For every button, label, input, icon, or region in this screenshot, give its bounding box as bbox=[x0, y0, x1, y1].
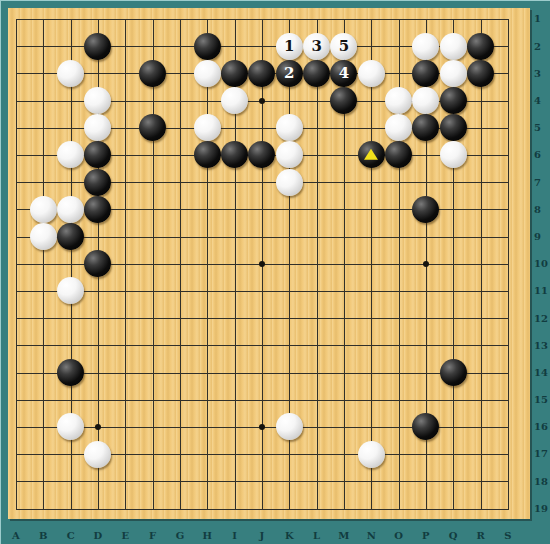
intersection-D5[interactable] bbox=[84, 114, 111, 141]
intersection-F10[interactable] bbox=[139, 250, 166, 277]
intersection-M17[interactable] bbox=[330, 440, 357, 467]
intersection-B11[interactable] bbox=[30, 277, 57, 304]
intersection-R11[interactable] bbox=[467, 277, 494, 304]
intersection-A8[interactable] bbox=[2, 196, 29, 223]
intersection-A14[interactable] bbox=[2, 359, 29, 386]
intersection-J15[interactable] bbox=[248, 386, 275, 413]
intersection-I17[interactable] bbox=[221, 440, 248, 467]
intersection-I1[interactable] bbox=[221, 5, 248, 32]
intersection-D8[interactable] bbox=[84, 196, 111, 223]
intersection-M8[interactable] bbox=[330, 196, 357, 223]
intersection-M4[interactable] bbox=[330, 87, 357, 114]
intersection-S2[interactable] bbox=[494, 33, 521, 60]
intersection-K18[interactable] bbox=[276, 468, 303, 495]
intersection-C18[interactable] bbox=[57, 468, 84, 495]
intersection-M19[interactable] bbox=[330, 495, 357, 522]
intersection-K7[interactable] bbox=[276, 169, 303, 196]
intersection-M15[interactable] bbox=[330, 386, 357, 413]
intersection-D13[interactable] bbox=[84, 332, 111, 359]
intersection-P4[interactable] bbox=[412, 87, 439, 114]
intersection-G17[interactable] bbox=[166, 440, 193, 467]
intersection-N8[interactable] bbox=[358, 196, 385, 223]
intersection-G10[interactable] bbox=[166, 250, 193, 277]
intersection-J11[interactable] bbox=[248, 277, 275, 304]
intersection-N9[interactable] bbox=[358, 223, 385, 250]
intersection-F13[interactable] bbox=[139, 332, 166, 359]
intersection-K8[interactable] bbox=[276, 196, 303, 223]
intersection-C2[interactable] bbox=[57, 33, 84, 60]
intersection-A17[interactable] bbox=[2, 440, 29, 467]
intersection-Q6[interactable] bbox=[440, 141, 467, 168]
intersection-N19[interactable] bbox=[358, 495, 385, 522]
intersection-G14[interactable] bbox=[166, 359, 193, 386]
intersection-O12[interactable] bbox=[385, 304, 412, 331]
intersection-A12[interactable] bbox=[2, 304, 29, 331]
intersection-D1[interactable] bbox=[84, 5, 111, 32]
intersection-L17[interactable] bbox=[303, 440, 330, 467]
intersection-D12[interactable] bbox=[84, 304, 111, 331]
intersection-F15[interactable] bbox=[139, 386, 166, 413]
intersection-E5[interactable] bbox=[112, 114, 139, 141]
intersection-E13[interactable] bbox=[112, 332, 139, 359]
intersection-A3[interactable] bbox=[2, 60, 29, 87]
intersection-I7[interactable] bbox=[221, 169, 248, 196]
intersection-C15[interactable] bbox=[57, 386, 84, 413]
intersection-S1[interactable] bbox=[494, 5, 521, 32]
intersection-H8[interactable] bbox=[194, 196, 221, 223]
intersection-G19[interactable] bbox=[166, 495, 193, 522]
intersection-O4[interactable] bbox=[385, 87, 412, 114]
intersection-N4[interactable] bbox=[358, 87, 385, 114]
intersection-C17[interactable] bbox=[57, 440, 84, 467]
intersection-G9[interactable] bbox=[166, 223, 193, 250]
intersection-M6[interactable] bbox=[330, 141, 357, 168]
intersection-N15[interactable] bbox=[358, 386, 385, 413]
intersection-E15[interactable] bbox=[112, 386, 139, 413]
intersection-A13[interactable] bbox=[2, 332, 29, 359]
intersection-Q16[interactable] bbox=[440, 413, 467, 440]
intersection-G12[interactable] bbox=[166, 304, 193, 331]
intersection-K6[interactable] bbox=[276, 141, 303, 168]
intersection-G6[interactable] bbox=[166, 141, 193, 168]
intersection-E12[interactable] bbox=[112, 304, 139, 331]
intersection-D3[interactable] bbox=[84, 60, 111, 87]
intersection-H16[interactable] bbox=[194, 413, 221, 440]
intersection-C9[interactable] bbox=[57, 223, 84, 250]
intersection-G16[interactable] bbox=[166, 413, 193, 440]
intersection-S17[interactable] bbox=[494, 440, 521, 467]
intersection-G7[interactable] bbox=[166, 169, 193, 196]
intersection-Q11[interactable] bbox=[440, 277, 467, 304]
intersection-J4[interactable] bbox=[248, 87, 275, 114]
intersection-J5[interactable] bbox=[248, 114, 275, 141]
intersection-B9[interactable] bbox=[30, 223, 57, 250]
intersection-L8[interactable] bbox=[303, 196, 330, 223]
intersection-F3[interactable] bbox=[139, 60, 166, 87]
intersection-C11[interactable] bbox=[57, 277, 84, 304]
intersection-Q2[interactable] bbox=[440, 33, 467, 60]
intersection-E1[interactable] bbox=[112, 5, 139, 32]
intersection-P3[interactable] bbox=[412, 60, 439, 87]
intersection-L12[interactable] bbox=[303, 304, 330, 331]
intersection-N12[interactable] bbox=[358, 304, 385, 331]
intersection-D6[interactable] bbox=[84, 141, 111, 168]
intersection-M9[interactable] bbox=[330, 223, 357, 250]
intersection-N6[interactable] bbox=[358, 141, 385, 168]
intersection-P6[interactable] bbox=[412, 141, 439, 168]
intersection-D9[interactable] bbox=[84, 223, 111, 250]
intersection-Q17[interactable] bbox=[440, 440, 467, 467]
intersection-N13[interactable] bbox=[358, 332, 385, 359]
intersection-L5[interactable] bbox=[303, 114, 330, 141]
intersection-G2[interactable] bbox=[166, 33, 193, 60]
intersection-L4[interactable] bbox=[303, 87, 330, 114]
intersection-G3[interactable] bbox=[166, 60, 193, 87]
intersection-M3[interactable]: 4 bbox=[330, 60, 357, 87]
intersection-E3[interactable] bbox=[112, 60, 139, 87]
intersection-K10[interactable] bbox=[276, 250, 303, 277]
intersection-S14[interactable] bbox=[494, 359, 521, 386]
intersection-E14[interactable] bbox=[112, 359, 139, 386]
intersection-S15[interactable] bbox=[494, 386, 521, 413]
intersection-M16[interactable] bbox=[330, 413, 357, 440]
intersection-L15[interactable] bbox=[303, 386, 330, 413]
intersection-Q14[interactable] bbox=[440, 359, 467, 386]
intersection-E8[interactable] bbox=[112, 196, 139, 223]
intersection-P11[interactable] bbox=[412, 277, 439, 304]
intersection-B2[interactable] bbox=[30, 33, 57, 60]
intersection-N11[interactable] bbox=[358, 277, 385, 304]
intersection-R8[interactable] bbox=[467, 196, 494, 223]
intersection-I9[interactable] bbox=[221, 223, 248, 250]
intersection-G1[interactable] bbox=[166, 5, 193, 32]
intersection-D19[interactable] bbox=[84, 495, 111, 522]
intersection-D11[interactable] bbox=[84, 277, 111, 304]
intersection-O3[interactable] bbox=[385, 60, 412, 87]
intersection-F5[interactable] bbox=[139, 114, 166, 141]
intersection-P5[interactable] bbox=[412, 114, 439, 141]
intersection-F1[interactable] bbox=[139, 5, 166, 32]
intersection-O5[interactable] bbox=[385, 114, 412, 141]
intersection-I11[interactable] bbox=[221, 277, 248, 304]
intersection-R6[interactable] bbox=[467, 141, 494, 168]
intersection-H4[interactable] bbox=[194, 87, 221, 114]
intersection-C12[interactable] bbox=[57, 304, 84, 331]
intersection-G4[interactable] bbox=[166, 87, 193, 114]
intersection-P13[interactable] bbox=[412, 332, 439, 359]
intersection-N2[interactable] bbox=[358, 33, 385, 60]
intersection-R4[interactable] bbox=[467, 87, 494, 114]
intersection-H6[interactable] bbox=[194, 141, 221, 168]
intersection-F8[interactable] bbox=[139, 196, 166, 223]
intersection-B8[interactable] bbox=[30, 196, 57, 223]
intersection-R15[interactable] bbox=[467, 386, 494, 413]
intersection-I14[interactable] bbox=[221, 359, 248, 386]
intersection-O15[interactable] bbox=[385, 386, 412, 413]
intersection-S6[interactable] bbox=[494, 141, 521, 168]
intersection-S16[interactable] bbox=[494, 413, 521, 440]
intersection-G15[interactable] bbox=[166, 386, 193, 413]
intersection-C3[interactable] bbox=[57, 60, 84, 87]
intersection-J12[interactable] bbox=[248, 304, 275, 331]
intersection-L6[interactable] bbox=[303, 141, 330, 168]
intersection-E10[interactable] bbox=[112, 250, 139, 277]
intersection-D16[interactable] bbox=[84, 413, 111, 440]
intersection-P19[interactable] bbox=[412, 495, 439, 522]
intersection-F9[interactable] bbox=[139, 223, 166, 250]
intersection-J17[interactable] bbox=[248, 440, 275, 467]
intersection-Q1[interactable] bbox=[440, 5, 467, 32]
intersection-C14[interactable] bbox=[57, 359, 84, 386]
intersection-H7[interactable] bbox=[194, 169, 221, 196]
intersection-L7[interactable] bbox=[303, 169, 330, 196]
intersection-F6[interactable] bbox=[139, 141, 166, 168]
intersection-E6[interactable] bbox=[112, 141, 139, 168]
intersection-B1[interactable] bbox=[30, 5, 57, 32]
intersection-A15[interactable] bbox=[2, 386, 29, 413]
intersection-I13[interactable] bbox=[221, 332, 248, 359]
intersection-S18[interactable] bbox=[494, 468, 521, 495]
intersection-A18[interactable] bbox=[2, 468, 29, 495]
intersection-H17[interactable] bbox=[194, 440, 221, 467]
intersection-J3[interactable] bbox=[248, 60, 275, 87]
intersection-K3[interactable]: 2 bbox=[276, 60, 303, 87]
intersection-K15[interactable] bbox=[276, 386, 303, 413]
intersection-L3[interactable] bbox=[303, 60, 330, 87]
intersection-J2[interactable] bbox=[248, 33, 275, 60]
intersection-P9[interactable] bbox=[412, 223, 439, 250]
intersection-F16[interactable] bbox=[139, 413, 166, 440]
intersection-D14[interactable] bbox=[84, 359, 111, 386]
intersection-I3[interactable] bbox=[221, 60, 248, 87]
intersection-J9[interactable] bbox=[248, 223, 275, 250]
intersection-J7[interactable] bbox=[248, 169, 275, 196]
intersection-J13[interactable] bbox=[248, 332, 275, 359]
intersection-L2[interactable]: 3 bbox=[303, 33, 330, 60]
intersection-D7[interactable] bbox=[84, 169, 111, 196]
intersection-O6[interactable] bbox=[385, 141, 412, 168]
intersection-R1[interactable] bbox=[467, 5, 494, 32]
intersection-E11[interactable] bbox=[112, 277, 139, 304]
intersection-J19[interactable] bbox=[248, 495, 275, 522]
intersection-E19[interactable] bbox=[112, 495, 139, 522]
intersection-I5[interactable] bbox=[221, 114, 248, 141]
intersection-P14[interactable] bbox=[412, 359, 439, 386]
intersection-F19[interactable] bbox=[139, 495, 166, 522]
intersection-C7[interactable] bbox=[57, 169, 84, 196]
intersection-R13[interactable] bbox=[467, 332, 494, 359]
intersection-O13[interactable] bbox=[385, 332, 412, 359]
intersection-Q5[interactable] bbox=[440, 114, 467, 141]
intersection-M13[interactable] bbox=[330, 332, 357, 359]
intersection-O7[interactable] bbox=[385, 169, 412, 196]
intersection-O9[interactable] bbox=[385, 223, 412, 250]
intersection-K5[interactable] bbox=[276, 114, 303, 141]
intersection-P8[interactable] bbox=[412, 196, 439, 223]
intersection-C1[interactable] bbox=[57, 5, 84, 32]
intersection-R5[interactable] bbox=[467, 114, 494, 141]
intersection-M1[interactable] bbox=[330, 5, 357, 32]
intersection-B5[interactable] bbox=[30, 114, 57, 141]
intersection-G13[interactable] bbox=[166, 332, 193, 359]
intersection-G8[interactable] bbox=[166, 196, 193, 223]
intersection-N18[interactable] bbox=[358, 468, 385, 495]
intersection-A2[interactable] bbox=[2, 33, 29, 60]
intersection-E18[interactable] bbox=[112, 468, 139, 495]
intersection-C16[interactable] bbox=[57, 413, 84, 440]
intersection-L10[interactable] bbox=[303, 250, 330, 277]
intersection-D10[interactable] bbox=[84, 250, 111, 277]
intersection-Q12[interactable] bbox=[440, 304, 467, 331]
intersection-M10[interactable] bbox=[330, 250, 357, 277]
intersection-R17[interactable] bbox=[467, 440, 494, 467]
intersection-Q18[interactable] bbox=[440, 468, 467, 495]
intersection-I18[interactable] bbox=[221, 468, 248, 495]
intersection-A11[interactable] bbox=[2, 277, 29, 304]
intersection-B15[interactable] bbox=[30, 386, 57, 413]
intersection-J1[interactable] bbox=[248, 5, 275, 32]
intersection-P15[interactable] bbox=[412, 386, 439, 413]
intersection-I8[interactable] bbox=[221, 196, 248, 223]
intersection-H9[interactable] bbox=[194, 223, 221, 250]
intersection-E7[interactable] bbox=[112, 169, 139, 196]
intersection-O18[interactable] bbox=[385, 468, 412, 495]
intersection-E2[interactable] bbox=[112, 33, 139, 60]
intersection-A7[interactable] bbox=[2, 169, 29, 196]
intersection-K9[interactable] bbox=[276, 223, 303, 250]
intersection-N16[interactable] bbox=[358, 413, 385, 440]
intersection-A6[interactable] bbox=[2, 141, 29, 168]
intersection-S10[interactable] bbox=[494, 250, 521, 277]
intersection-Q7[interactable] bbox=[440, 169, 467, 196]
intersection-K2[interactable]: 1 bbox=[276, 33, 303, 60]
intersection-R10[interactable] bbox=[467, 250, 494, 277]
intersection-J8[interactable] bbox=[248, 196, 275, 223]
intersection-K17[interactable] bbox=[276, 440, 303, 467]
intersection-H15[interactable] bbox=[194, 386, 221, 413]
intersection-R14[interactable] bbox=[467, 359, 494, 386]
intersection-E16[interactable] bbox=[112, 413, 139, 440]
intersection-J18[interactable] bbox=[248, 468, 275, 495]
intersection-L16[interactable] bbox=[303, 413, 330, 440]
intersection-I12[interactable] bbox=[221, 304, 248, 331]
intersection-R3[interactable] bbox=[467, 60, 494, 87]
intersection-B10[interactable] bbox=[30, 250, 57, 277]
intersection-B19[interactable] bbox=[30, 495, 57, 522]
intersection-C10[interactable] bbox=[57, 250, 84, 277]
intersection-O1[interactable] bbox=[385, 5, 412, 32]
intersection-L19[interactable] bbox=[303, 495, 330, 522]
intersection-S8[interactable] bbox=[494, 196, 521, 223]
intersection-B3[interactable] bbox=[30, 60, 57, 87]
intersection-E17[interactable] bbox=[112, 440, 139, 467]
intersection-N17[interactable] bbox=[358, 440, 385, 467]
intersection-A16[interactable] bbox=[2, 413, 29, 440]
intersection-O2[interactable] bbox=[385, 33, 412, 60]
intersection-L13[interactable] bbox=[303, 332, 330, 359]
intersection-E9[interactable] bbox=[112, 223, 139, 250]
intersection-A1[interactable] bbox=[2, 5, 29, 32]
intersection-P2[interactable] bbox=[412, 33, 439, 60]
intersection-F7[interactable] bbox=[139, 169, 166, 196]
intersection-R2[interactable] bbox=[467, 33, 494, 60]
intersection-J14[interactable] bbox=[248, 359, 275, 386]
intersection-C13[interactable] bbox=[57, 332, 84, 359]
intersection-G18[interactable] bbox=[166, 468, 193, 495]
intersection-C5[interactable] bbox=[57, 114, 84, 141]
intersection-S3[interactable] bbox=[494, 60, 521, 87]
intersection-P10[interactable] bbox=[412, 250, 439, 277]
intersection-H5[interactable] bbox=[194, 114, 221, 141]
intersection-O16[interactable] bbox=[385, 413, 412, 440]
intersection-Q4[interactable] bbox=[440, 87, 467, 114]
intersection-P1[interactable] bbox=[412, 5, 439, 32]
intersection-P12[interactable] bbox=[412, 304, 439, 331]
intersection-O10[interactable] bbox=[385, 250, 412, 277]
intersection-N14[interactable] bbox=[358, 359, 385, 386]
intersection-O19[interactable] bbox=[385, 495, 412, 522]
intersection-N3[interactable] bbox=[358, 60, 385, 87]
intersection-B13[interactable] bbox=[30, 332, 57, 359]
intersection-M18[interactable] bbox=[330, 468, 357, 495]
intersection-E4[interactable] bbox=[112, 87, 139, 114]
intersection-G5[interactable] bbox=[166, 114, 193, 141]
intersection-K11[interactable] bbox=[276, 277, 303, 304]
intersection-A19[interactable] bbox=[2, 495, 29, 522]
intersection-F14[interactable] bbox=[139, 359, 166, 386]
intersection-M14[interactable] bbox=[330, 359, 357, 386]
intersection-P18[interactable] bbox=[412, 468, 439, 495]
intersection-F4[interactable] bbox=[139, 87, 166, 114]
intersection-G11[interactable] bbox=[166, 277, 193, 304]
intersection-M5[interactable] bbox=[330, 114, 357, 141]
intersection-A9[interactable] bbox=[2, 223, 29, 250]
intersection-I2[interactable] bbox=[221, 33, 248, 60]
intersection-B14[interactable] bbox=[30, 359, 57, 386]
intersection-D15[interactable] bbox=[84, 386, 111, 413]
intersection-O8[interactable] bbox=[385, 196, 412, 223]
intersection-L9[interactable] bbox=[303, 223, 330, 250]
intersection-O11[interactable] bbox=[385, 277, 412, 304]
intersection-N7[interactable] bbox=[358, 169, 385, 196]
intersection-C19[interactable] bbox=[57, 495, 84, 522]
intersection-S19[interactable] bbox=[494, 495, 521, 522]
intersection-Q15[interactable] bbox=[440, 386, 467, 413]
intersection-C8[interactable] bbox=[57, 196, 84, 223]
intersection-R16[interactable] bbox=[467, 413, 494, 440]
intersection-A4[interactable] bbox=[2, 87, 29, 114]
intersection-H14[interactable] bbox=[194, 359, 221, 386]
intersection-S13[interactable] bbox=[494, 332, 521, 359]
intersection-A5[interactable] bbox=[2, 114, 29, 141]
intersection-S4[interactable] bbox=[494, 87, 521, 114]
intersection-I4[interactable] bbox=[221, 87, 248, 114]
intersection-Q8[interactable] bbox=[440, 196, 467, 223]
intersection-S12[interactable] bbox=[494, 304, 521, 331]
intersection-M12[interactable] bbox=[330, 304, 357, 331]
intersection-L14[interactable] bbox=[303, 359, 330, 386]
intersection-S7[interactable] bbox=[494, 169, 521, 196]
intersection-I16[interactable] bbox=[221, 413, 248, 440]
intersection-Q19[interactable] bbox=[440, 495, 467, 522]
intersection-M11[interactable] bbox=[330, 277, 357, 304]
intersection-M2[interactable]: 5 bbox=[330, 33, 357, 60]
intersection-R12[interactable] bbox=[467, 304, 494, 331]
intersection-I10[interactable] bbox=[221, 250, 248, 277]
intersection-P17[interactable] bbox=[412, 440, 439, 467]
intersection-Q3[interactable] bbox=[440, 60, 467, 87]
intersection-H13[interactable] bbox=[194, 332, 221, 359]
